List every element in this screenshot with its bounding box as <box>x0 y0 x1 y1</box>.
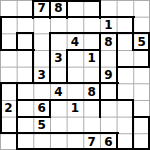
grid-cell-r4c6[interactable] <box>83 50 100 67</box>
grid-cell-r5c7[interactable] <box>100 67 117 84</box>
grid-cell-r3c3[interactable] <box>33 33 50 50</box>
grid-cell-r2c8[interactable] <box>117 17 134 34</box>
grid-cell-r1c6[interactable] <box>83 0 100 17</box>
grid-cell-r9c4[interactable] <box>50 133 67 150</box>
grid-cell-r2c1[interactable] <box>0 17 17 34</box>
grid-cell-r3c4[interactable] <box>50 33 67 50</box>
grid-cell-r6c4[interactable] <box>50 83 67 100</box>
grid-cell-r8c1[interactable] <box>0 117 17 134</box>
grid-cell-r8c2[interactable] <box>17 117 34 134</box>
grid-cell-r7c8[interactable] <box>117 100 134 117</box>
grid-cell-r2c4[interactable] <box>50 17 67 34</box>
grid-cell-r5c5[interactable] <box>67 67 84 84</box>
grid-cell-r4c7[interactable] <box>100 50 117 67</box>
grid-cell-r7c4[interactable] <box>50 100 67 117</box>
grid-cell-r4c9[interactable] <box>133 50 150 67</box>
grid-cell-r7c6[interactable] <box>83 100 100 117</box>
grid-cell-r3c9[interactable] <box>133 33 150 50</box>
grid-cell-r8c6[interactable] <box>83 117 100 134</box>
grid-cell-r9c7[interactable] <box>100 133 117 150</box>
grid-cell-r8c8[interactable] <box>117 117 134 134</box>
grid-cell-r3c8[interactable] <box>117 33 134 50</box>
grid-cell-r5c4[interactable] <box>50 67 67 84</box>
puzzle-page: 781485313948261576 <box>0 0 150 150</box>
grid-cell-r7c3[interactable] <box>33 100 50 117</box>
grid-cell-r9c3[interactable] <box>33 133 50 150</box>
grid-cell-r8c3[interactable] <box>33 117 50 134</box>
grid-cell-r2c3[interactable] <box>33 17 50 34</box>
grid-cell-r4c3[interactable] <box>33 50 50 67</box>
grid-cell-r9c8[interactable] <box>117 133 134 150</box>
grid-cell-r2c7[interactable] <box>100 17 117 34</box>
grid-cell-r3c1[interactable] <box>0 33 17 50</box>
grid-cell-r9c6[interactable] <box>83 133 100 150</box>
grid-cell-r7c2[interactable] <box>17 100 34 117</box>
grid-cell-r5c2[interactable] <box>17 67 34 84</box>
grid-cell-r8c5[interactable] <box>67 117 84 134</box>
grid-cell-r2c6[interactable] <box>83 17 100 34</box>
grid-cell-r2c5[interactable] <box>67 17 84 34</box>
grid-cell-r3c5[interactable] <box>67 33 84 50</box>
grid-cell-r1c4[interactable] <box>50 0 67 17</box>
grid-cell-r6c5[interactable] <box>67 83 84 100</box>
grid-cell-r4c5[interactable] <box>67 50 84 67</box>
grid-cell-r3c7[interactable] <box>100 33 117 50</box>
grid-cell-r7c1[interactable] <box>0 100 17 117</box>
grid-cell-r1c5[interactable] <box>67 0 84 17</box>
grid-cell-r4c8[interactable] <box>117 50 134 67</box>
grid-cell-r9c9[interactable] <box>133 133 150 150</box>
grid-cell-r7c5[interactable] <box>67 100 84 117</box>
grid-cell-r9c5[interactable] <box>67 133 84 150</box>
grid-cell-r4c4[interactable] <box>50 50 67 67</box>
grid-cell-r4c2[interactable] <box>17 50 34 67</box>
grid-cell-r9c2[interactable] <box>17 133 34 150</box>
grid-cell-r6c7[interactable] <box>100 83 117 100</box>
grid-cell-r3c2[interactable] <box>17 33 34 50</box>
grid-cell-r8c4[interactable] <box>50 117 67 134</box>
puzzle-board[interactable]: 781485313948261576 <box>0 0 150 150</box>
grid-cell-r6c3[interactable] <box>33 83 50 100</box>
grid-cell-r8c7[interactable] <box>100 117 117 134</box>
grid-cell-r5c6[interactable] <box>83 67 100 84</box>
grid-cell-r2c2[interactable] <box>17 17 34 34</box>
grid-cell-r1c3[interactable] <box>33 0 50 17</box>
grid-cell-r6c6[interactable] <box>83 83 100 100</box>
grid-cell-r8c9[interactable] <box>133 117 150 134</box>
grid-cell-r3c6[interactable] <box>83 33 100 50</box>
grid-cell-r5c3[interactable] <box>33 67 50 84</box>
grid-cell-r7c7[interactable] <box>100 100 117 117</box>
grid-cell-r6c1[interactable] <box>0 83 17 100</box>
grid-cell-r6c2[interactable] <box>17 83 34 100</box>
